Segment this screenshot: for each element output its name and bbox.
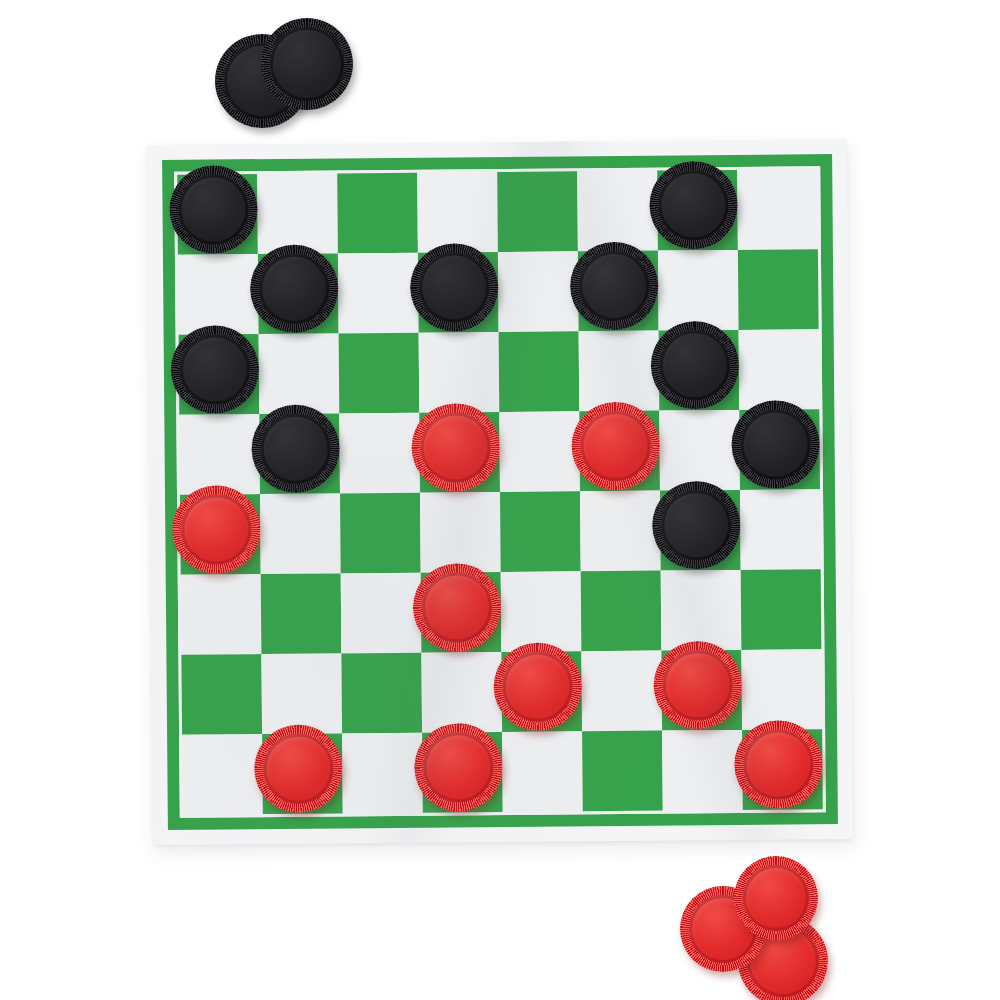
red-checker-e2[interactable] (493, 642, 582, 731)
red-checker-g2[interactable] (653, 641, 742, 730)
offboard-black-checker-2[interactable] (261, 18, 353, 110)
square-g3 (661, 570, 742, 651)
square-a2[interactable] (181, 654, 262, 735)
square-e1 (502, 731, 583, 812)
black-checker-a6[interactable] (171, 325, 260, 414)
red-checker-d1[interactable] (414, 723, 503, 812)
black-checker-f7[interactable] (570, 242, 659, 331)
square-a5 (179, 414, 260, 495)
black-checker-b5[interactable] (251, 404, 340, 493)
square-b3[interactable] (261, 573, 342, 654)
square-g7 (658, 250, 739, 331)
square-c1 (342, 733, 423, 814)
square-c2[interactable] (341, 653, 422, 734)
black-checker-g6[interactable] (651, 321, 740, 410)
square-b4 (260, 493, 341, 574)
square-d4 (420, 492, 501, 573)
square-c8[interactable] (337, 173, 418, 254)
square-f8 (577, 171, 658, 252)
square-h6 (739, 329, 820, 410)
black-checker-d7[interactable] (410, 243, 499, 332)
photo-scene (0, 0, 1000, 1000)
square-h8 (737, 169, 818, 250)
black-checker-b7[interactable] (250, 244, 339, 333)
square-c7 (338, 253, 419, 334)
square-a1 (182, 734, 263, 815)
red-checker-a4[interactable] (172, 485, 261, 574)
square-h2 (741, 649, 822, 730)
square-h3[interactable] (741, 569, 822, 650)
square-f2 (581, 651, 662, 732)
black-checker-h5[interactable] (731, 400, 820, 489)
square-f6 (579, 331, 660, 412)
black-checker-a8[interactable] (169, 165, 258, 254)
red-checker-h1[interactable] (734, 720, 823, 809)
square-e7 (498, 251, 579, 332)
square-c6[interactable] (339, 333, 420, 414)
square-f4 (580, 491, 661, 572)
square-c3 (341, 573, 422, 654)
square-f1[interactable] (582, 731, 663, 812)
square-g5 (659, 410, 740, 491)
square-c4[interactable] (340, 493, 421, 574)
square-e4[interactable] (500, 491, 581, 572)
square-f3[interactable] (581, 571, 662, 652)
red-checker-f5[interactable] (571, 402, 660, 491)
red-checker-d5[interactable] (411, 403, 500, 492)
checkers-board-mat (147, 139, 853, 845)
square-b2 (261, 653, 342, 734)
square-e3 (501, 571, 582, 652)
square-e5 (499, 411, 580, 492)
board-pinstripe (174, 166, 826, 818)
square-h7[interactable] (738, 249, 819, 330)
square-a3 (181, 574, 262, 655)
square-d2 (421, 652, 502, 733)
square-c5 (339, 413, 420, 494)
square-a7 (178, 254, 259, 335)
square-e8[interactable] (497, 171, 578, 252)
square-d6 (419, 332, 500, 413)
square-d8 (417, 172, 498, 253)
square-g1 (662, 730, 743, 811)
red-checker-d3[interactable] (413, 563, 502, 652)
square-b8 (257, 173, 338, 254)
black-checker-g4[interactable] (652, 481, 741, 570)
square-h4 (740, 489, 821, 570)
board-frame (162, 154, 838, 830)
black-checker-g8[interactable] (649, 161, 738, 250)
red-checker-b1[interactable] (254, 724, 343, 813)
offboard-red-checker-1[interactable] (734, 856, 818, 940)
square-e6[interactable] (499, 331, 580, 412)
square-b6 (259, 333, 340, 414)
